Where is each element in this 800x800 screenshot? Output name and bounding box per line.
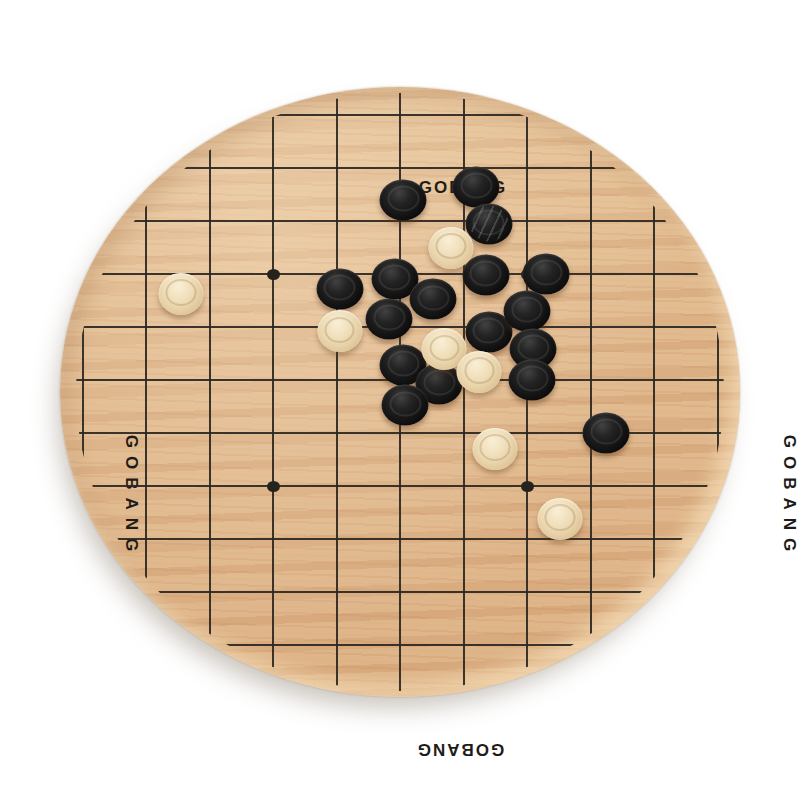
grid-line-v xyxy=(717,93,719,691)
grid-line-v xyxy=(272,93,274,691)
product-photo-scene: GOBANG GOBANG GOBANG GOBANG xyxy=(0,0,800,800)
grid-line-v xyxy=(653,93,655,691)
star-point xyxy=(521,269,534,280)
grid-line-h xyxy=(76,220,724,222)
grid-line-h xyxy=(76,114,724,116)
star-point xyxy=(394,375,407,386)
star-point xyxy=(267,481,280,492)
grid-line-h xyxy=(76,538,724,540)
star-point xyxy=(267,269,280,280)
grid-line-v xyxy=(209,93,211,691)
grid-line-h xyxy=(76,644,724,646)
grid-line-v xyxy=(590,93,592,691)
grid-line-h xyxy=(76,326,724,328)
grid-line-h xyxy=(76,485,724,487)
grid-line-v xyxy=(399,93,401,691)
grid-line-h xyxy=(76,273,724,275)
grid-line-v xyxy=(463,93,465,691)
board-label-bottom: GOBANG xyxy=(416,739,505,759)
star-point xyxy=(521,481,534,492)
grid-line-h xyxy=(76,591,724,593)
grid-line-v xyxy=(336,93,338,691)
grid-line-v xyxy=(145,93,147,691)
grid-line-v xyxy=(526,93,528,691)
grid-line-h xyxy=(76,432,724,434)
grid-line-v xyxy=(82,93,84,691)
board-label-right: GOBANG xyxy=(779,435,799,560)
board-grid xyxy=(76,93,724,691)
